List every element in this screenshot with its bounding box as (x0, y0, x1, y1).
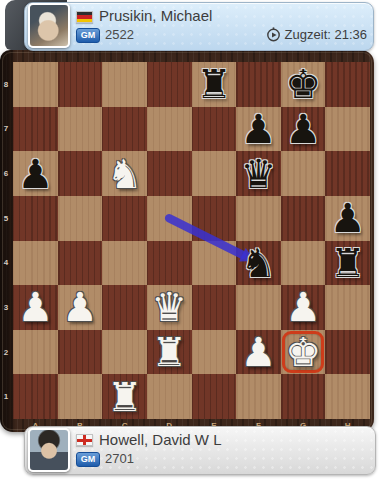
square-h7[interactable] (325, 107, 370, 152)
square-a7[interactable] (13, 107, 58, 152)
square-f5[interactable] (236, 196, 281, 241)
square-e5[interactable] (192, 196, 237, 241)
square-a1[interactable] (13, 374, 58, 419)
black-king-g8[interactable]: ♚ (281, 62, 326, 107)
chess-board: ♜♚♟♟♟♞♛♟♞♜♟♟♛♟♜♟♚♜ 87654321ABCDEFGH (0, 50, 374, 432)
square-b2[interactable] (58, 330, 103, 375)
top-player-avatar (28, 3, 70, 48)
square-g7[interactable]: ♟ (281, 107, 326, 152)
square-d1[interactable] (147, 374, 192, 419)
square-h6[interactable] (325, 151, 370, 196)
square-g8[interactable]: ♚ (281, 62, 326, 107)
square-b6[interactable] (58, 151, 103, 196)
square-g2[interactable]: ♚ (281, 330, 326, 375)
square-d8[interactable] (147, 62, 192, 107)
black-pawn-a6[interactable]: ♟ (13, 151, 58, 196)
black-queen-f6[interactable]: ♛ (236, 151, 281, 196)
top-player-bar: Prusikin, Michael GM 2522 Zugzeit: 21:36 (24, 2, 374, 51)
square-b5[interactable] (58, 196, 103, 241)
square-f3[interactable] (236, 285, 281, 330)
square-f6[interactable]: ♛ (236, 151, 281, 196)
board-squares: ♜♚♟♟♟♞♛♟♞♜♟♟♛♟♜♟♚♜ (13, 62, 370, 419)
square-b1[interactable] (58, 374, 103, 419)
square-d7[interactable] (147, 107, 192, 152)
square-f1[interactable] (236, 374, 281, 419)
bottom-player-name: Howell, David W L (99, 431, 222, 448)
square-c5[interactable] (102, 196, 147, 241)
black-rook-h4[interactable]: ♜ (325, 241, 370, 286)
square-h2[interactable] (325, 330, 370, 375)
rank-label-1: 1 (0, 374, 12, 419)
rank-label-7: 7 (0, 107, 12, 152)
stopwatch-icon (266, 27, 281, 42)
square-e6[interactable] (192, 151, 237, 196)
square-a3[interactable]: ♟ (13, 285, 58, 330)
square-e2[interactable] (192, 330, 237, 375)
square-b8[interactable] (58, 62, 103, 107)
top-player-rating: 2522 (105, 27, 134, 42)
rank-label-6: 6 (0, 151, 12, 196)
square-d6[interactable] (147, 151, 192, 196)
white-knight-c6[interactable]: ♞ (102, 151, 147, 196)
square-h4[interactable]: ♜ (325, 241, 370, 286)
square-h3[interactable] (325, 285, 370, 330)
rank-label-2: 2 (0, 330, 12, 375)
square-c4[interactable] (102, 241, 147, 286)
square-g3[interactable]: ♟ (281, 285, 326, 330)
top-player-name: Prusikin, Michael (99, 7, 212, 24)
square-e7[interactable] (192, 107, 237, 152)
square-e3[interactable] (192, 285, 237, 330)
square-e4[interactable] (192, 241, 237, 286)
square-f2[interactable]: ♟ (236, 330, 281, 375)
black-knight-f4[interactable]: ♞ (236, 241, 281, 286)
square-a4[interactable] (13, 241, 58, 286)
square-f4[interactable]: ♞ (236, 241, 281, 286)
square-e1[interactable] (192, 374, 237, 419)
square-a5[interactable] (13, 196, 58, 241)
square-d3[interactable]: ♛ (147, 285, 192, 330)
square-d4[interactable] (147, 241, 192, 286)
bottom-player-rating: 2701 (105, 451, 134, 466)
white-pawn-f2[interactable]: ♟ (236, 330, 281, 375)
square-g1[interactable] (281, 374, 326, 419)
rank-label-5: 5 (0, 196, 12, 241)
chess-broadcast-widget: Prusikin, Michael GM 2522 Zugzeit: 21:36… (0, 0, 379, 479)
square-a2[interactable] (13, 330, 58, 375)
bottom-player-bar: Howell, David W L GM 2701 (24, 426, 376, 475)
white-pawn-g3[interactable]: ♟ (281, 285, 326, 330)
white-king-g2[interactable]: ♚ (281, 330, 326, 375)
white-pawn-a3[interactable]: ♟ (13, 285, 58, 330)
square-b4[interactable] (58, 241, 103, 286)
white-pawn-b3[interactable]: ♟ (58, 285, 103, 330)
square-a8[interactable] (13, 62, 58, 107)
square-g6[interactable] (281, 151, 326, 196)
square-c2[interactable] (102, 330, 147, 375)
square-g4[interactable] (281, 241, 326, 286)
square-d5[interactable] (147, 196, 192, 241)
square-f8[interactable] (236, 62, 281, 107)
square-c7[interactable] (102, 107, 147, 152)
square-h1[interactable] (325, 374, 370, 419)
england-flag-icon (76, 434, 93, 446)
gm-title-badge: GM (76, 452, 100, 467)
black-pawn-g7[interactable]: ♟ (281, 107, 326, 152)
move-time-text: Zugzeit: 21:36 (285, 27, 367, 42)
square-e8[interactable]: ♜ (192, 62, 237, 107)
bottom-player-avatar (28, 428, 70, 472)
gm-title-badge: GM (76, 28, 100, 43)
square-d2[interactable]: ♜ (147, 330, 192, 375)
square-h8[interactable] (325, 62, 370, 107)
square-b7[interactable] (58, 107, 103, 152)
square-c8[interactable] (102, 62, 147, 107)
black-rook-e8[interactable]: ♜ (192, 62, 237, 107)
square-b3[interactable]: ♟ (58, 285, 103, 330)
square-a6[interactable]: ♟ (13, 151, 58, 196)
square-c6[interactable]: ♞ (102, 151, 147, 196)
move-time-clock: Zugzeit: 21:36 (266, 27, 367, 42)
square-h5[interactable]: ♟ (325, 196, 370, 241)
white-rook-c1[interactable]: ♜ (102, 374, 147, 419)
white-queen-d3[interactable]: ♛ (147, 285, 192, 330)
rank-label-3: 3 (0, 285, 12, 330)
square-g5[interactable] (281, 196, 326, 241)
rank-label-4: 4 (0, 241, 12, 286)
square-c3[interactable] (102, 285, 147, 330)
germany-flag-icon (76, 11, 93, 23)
black-pawn-f7[interactable]: ♟ (236, 107, 281, 152)
black-pawn-h5[interactable]: ♟ (325, 196, 370, 241)
square-c1[interactable]: ♜ (102, 374, 147, 419)
rank-label-8: 8 (0, 62, 12, 107)
white-rook-d2[interactable]: ♜ (147, 330, 192, 375)
square-f7[interactable]: ♟ (236, 107, 281, 152)
